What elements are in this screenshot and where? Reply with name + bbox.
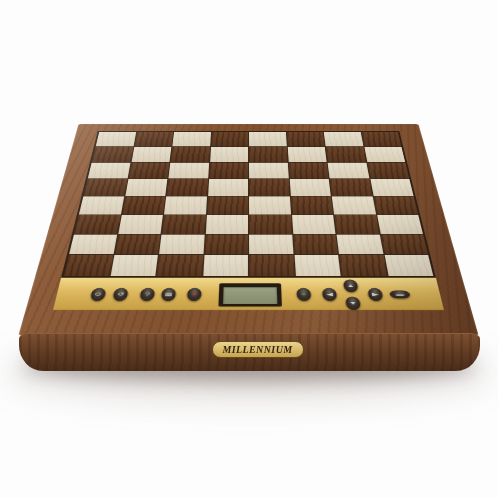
arrow-right-icon: ▶ — [371, 292, 379, 296]
square-h4[interactable] — [373, 196, 418, 214]
square-h7[interactable] — [364, 147, 405, 162]
arrow-up-icon: ▲ — [346, 284, 355, 288]
square-e5[interactable] — [249, 179, 289, 196]
square-h3[interactable] — [377, 215, 423, 234]
green-button[interactable]: ● — [296, 288, 311, 301]
square-e6[interactable] — [249, 162, 288, 178]
square-a3[interactable] — [74, 215, 120, 234]
position-button[interactable]: ▦ — [161, 288, 177, 301]
square-d4[interactable] — [206, 196, 248, 214]
menu-button[interactable]: ▬ — [389, 290, 411, 298]
square-a4[interactable] — [79, 196, 124, 214]
square-f4[interactable] — [290, 196, 333, 214]
square-b4[interactable] — [121, 196, 165, 214]
menu-icon: ▬ — [396, 292, 405, 296]
square-c6[interactable] — [168, 162, 208, 178]
down-button[interactable]: ▼ — [345, 297, 361, 310]
up-button[interactable]: ▲ — [343, 279, 359, 292]
square-c1[interactable] — [156, 255, 203, 276]
hint-icon: ? — [145, 292, 151, 296]
square-d6[interactable] — [209, 162, 248, 178]
square-c5[interactable] — [166, 179, 207, 196]
square-d5[interactable] — [208, 179, 248, 196]
square-g5[interactable] — [330, 179, 373, 196]
square-a2[interactable] — [69, 234, 117, 254]
square-g2[interactable] — [337, 234, 383, 254]
square-c3[interactable] — [162, 215, 206, 234]
power-icon: ⊙ — [94, 292, 102, 296]
control-panel: ⊙↺?▦●●◀▲▼▶▬ — [53, 277, 444, 310]
red-dot-icon: ● — [191, 292, 197, 296]
green-dot-icon: ● — [301, 292, 307, 296]
square-g8[interactable] — [324, 132, 363, 147]
square-f6[interactable] — [288, 162, 328, 178]
square-e2[interactable] — [249, 234, 293, 254]
right-button[interactable]: ▶ — [367, 288, 384, 301]
square-f7[interactable] — [287, 147, 326, 162]
arrow-left-icon: ◀ — [326, 292, 333, 296]
square-b7[interactable] — [131, 147, 171, 162]
red-button[interactable]: ● — [187, 288, 202, 301]
square-f5[interactable] — [289, 179, 330, 196]
square-b2[interactable] — [114, 234, 160, 254]
square-g7[interactable] — [326, 147, 366, 162]
square-f1[interactable] — [294, 255, 341, 276]
square-b5[interactable] — [125, 179, 168, 196]
square-h5[interactable] — [370, 179, 414, 196]
chess-computer-top: ⊙↺?▦●●◀▲▼▶▬ — [18, 124, 478, 336]
lcd-screen — [223, 287, 277, 304]
square-e7[interactable] — [249, 147, 287, 162]
brand-label: MILLENNIUM — [222, 344, 292, 356]
frame-top-rail — [77, 124, 421, 131]
square-h6[interactable] — [367, 162, 409, 178]
square-g4[interactable] — [332, 196, 376, 214]
square-c7[interactable] — [170, 147, 209, 162]
square-b8[interactable] — [134, 132, 173, 147]
brand-plaque: MILLENNIUM — [212, 341, 304, 358]
square-g6[interactable] — [328, 162, 369, 178]
front-face: MILLENNIUM — [19, 333, 480, 371]
square-g3[interactable] — [334, 215, 379, 234]
position-icon: ▦ — [164, 292, 173, 296]
arrow-down-icon: ▼ — [348, 301, 358, 306]
square-f3[interactable] — [292, 215, 336, 234]
power-button[interactable]: ⊙ — [90, 288, 107, 301]
square-d8[interactable] — [211, 132, 248, 147]
square-d3[interactable] — [205, 215, 248, 234]
square-a7[interactable] — [92, 147, 133, 162]
hint-button[interactable]: ? — [139, 288, 155, 301]
lcd-display — [218, 283, 282, 306]
square-c8[interactable] — [172, 132, 210, 147]
square-a8[interactable] — [96, 132, 136, 147]
square-e1[interactable] — [249, 255, 294, 276]
square-a1[interactable] — [64, 255, 113, 276]
square-d1[interactable] — [203, 255, 248, 276]
square-h8[interactable] — [361, 132, 401, 147]
square-b6[interactable] — [128, 162, 169, 178]
square-c4[interactable] — [164, 196, 207, 214]
square-e8[interactable] — [249, 132, 286, 147]
square-f2[interactable] — [293, 234, 338, 254]
left-button[interactable]: ◀ — [322, 288, 338, 301]
product-photo: ⊙↺?▦●●◀▲▼▶▬ MILLENNIUM — [0, 0, 498, 498]
takeback-button[interactable]: ↺ — [112, 288, 129, 301]
square-c2[interactable] — [159, 234, 204, 254]
takeback-icon: ↺ — [116, 292, 124, 296]
square-b3[interactable] — [118, 215, 163, 234]
square-b1[interactable] — [110, 255, 158, 276]
square-h2[interactable] — [380, 234, 428, 254]
square-a6[interactable] — [88, 162, 130, 178]
chess-board — [61, 131, 436, 277]
square-d7[interactable] — [210, 147, 248, 162]
square-e4[interactable] — [249, 196, 291, 214]
square-a5[interactable] — [83, 179, 127, 196]
square-f8[interactable] — [286, 132, 324, 147]
square-e3[interactable] — [249, 215, 292, 234]
square-d2[interactable] — [204, 234, 248, 254]
square-g1[interactable] — [339, 255, 387, 276]
square-h1[interactable] — [384, 255, 433, 276]
